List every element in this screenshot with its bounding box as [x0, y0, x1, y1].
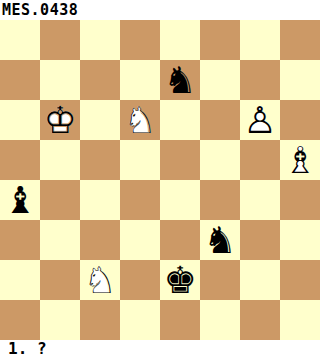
- piece-black-bishop[interactable]: ♝: [0, 180, 40, 220]
- square-g6[interactable]: ♟♙: [240, 100, 280, 140]
- square-c2[interactable]: ♞♘: [80, 260, 120, 300]
- square-d6[interactable]: ♞♘: [120, 100, 160, 140]
- square-a6[interactable]: [0, 100, 40, 140]
- square-f4[interactable]: [200, 180, 240, 220]
- square-e5[interactable]: [160, 140, 200, 180]
- square-f6[interactable]: [200, 100, 240, 140]
- square-g7[interactable]: [240, 60, 280, 100]
- square-a5[interactable]: [0, 140, 40, 180]
- square-c8[interactable]: [80, 20, 120, 60]
- square-b2[interactable]: [40, 260, 80, 300]
- square-e6[interactable]: [160, 100, 200, 140]
- square-d2[interactable]: [120, 260, 160, 300]
- square-d3[interactable]: [120, 220, 160, 260]
- square-g4[interactable]: [240, 180, 280, 220]
- piece-white-bishop-fill: ♝: [280, 140, 320, 180]
- square-b3[interactable]: [40, 220, 80, 260]
- piece-black-king[interactable]: ♚: [160, 260, 200, 300]
- square-e2[interactable]: ♚: [160, 260, 200, 300]
- piece-white-knight-fill: ♞: [120, 100, 160, 140]
- piece-white-knight[interactable]: ♘: [80, 260, 120, 300]
- square-g5[interactable]: [240, 140, 280, 180]
- square-a7[interactable]: [0, 60, 40, 100]
- square-h6[interactable]: [280, 100, 320, 140]
- square-f2[interactable]: [200, 260, 240, 300]
- square-b8[interactable]: [40, 20, 80, 60]
- square-b1[interactable]: [40, 300, 80, 340]
- square-f3[interactable]: ♞: [200, 220, 240, 260]
- square-f5[interactable]: [200, 140, 240, 180]
- square-b6[interactable]: ♚♔: [40, 100, 80, 140]
- square-a1[interactable]: [0, 300, 40, 340]
- piece-black-knight[interactable]: ♞: [200, 220, 240, 260]
- square-a4[interactable]: ♝: [0, 180, 40, 220]
- square-g8[interactable]: [240, 20, 280, 60]
- square-c3[interactable]: [80, 220, 120, 260]
- square-a2[interactable]: [0, 260, 40, 300]
- square-c5[interactable]: [80, 140, 120, 180]
- square-a3[interactable]: [0, 220, 40, 260]
- square-e1[interactable]: [160, 300, 200, 340]
- square-d1[interactable]: [120, 300, 160, 340]
- square-d4[interactable]: [120, 180, 160, 220]
- move-prompt: 1. ?: [0, 340, 320, 360]
- square-h3[interactable]: [280, 220, 320, 260]
- square-d8[interactable]: [120, 20, 160, 60]
- square-h8[interactable]: [280, 20, 320, 60]
- square-f8[interactable]: [200, 20, 240, 60]
- square-b4[interactable]: [40, 180, 80, 220]
- square-d7[interactable]: [120, 60, 160, 100]
- piece-black-knight[interactable]: ♞: [160, 60, 200, 100]
- square-e7[interactable]: ♞: [160, 60, 200, 100]
- puzzle-id-title: MES.0438: [0, 0, 320, 20]
- square-c1[interactable]: [80, 300, 120, 340]
- square-e3[interactable]: [160, 220, 200, 260]
- square-c7[interactable]: [80, 60, 120, 100]
- square-c6[interactable]: [80, 100, 120, 140]
- square-d5[interactable]: [120, 140, 160, 180]
- square-h5[interactable]: ♝♗: [280, 140, 320, 180]
- piece-white-knight[interactable]: ♘: [120, 100, 160, 140]
- square-g3[interactable]: [240, 220, 280, 260]
- square-h1[interactable]: [280, 300, 320, 340]
- square-f1[interactable]: [200, 300, 240, 340]
- square-h7[interactable]: [280, 60, 320, 100]
- square-f7[interactable]: [200, 60, 240, 100]
- square-h4[interactable]: [280, 180, 320, 220]
- square-g2[interactable]: [240, 260, 280, 300]
- piece-white-king-fill: ♚: [40, 100, 80, 140]
- piece-white-king[interactable]: ♔: [40, 100, 80, 140]
- square-e8[interactable]: [160, 20, 200, 60]
- piece-white-pawn[interactable]: ♙: [240, 100, 280, 140]
- piece-white-pawn-fill: ♟: [240, 100, 280, 140]
- square-g1[interactable]: [240, 300, 280, 340]
- chess-board: ♞♚♔♞♘♟♙♝♗♝♞♞♘♚: [0, 20, 320, 340]
- square-c4[interactable]: [80, 180, 120, 220]
- square-e4[interactable]: [160, 180, 200, 220]
- square-h2[interactable]: [280, 260, 320, 300]
- square-a8[interactable]: [0, 20, 40, 60]
- square-b5[interactable]: [40, 140, 80, 180]
- piece-white-knight-fill: ♞: [80, 260, 120, 300]
- piece-white-bishop[interactable]: ♗: [280, 140, 320, 180]
- square-b7[interactable]: [40, 60, 80, 100]
